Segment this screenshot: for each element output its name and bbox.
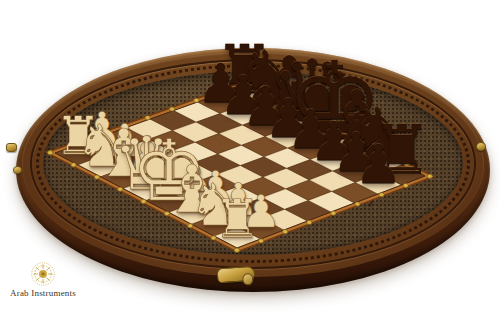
brass-stud-icon — [145, 116, 150, 120]
latch-icon — [217, 266, 256, 284]
hinge-icon — [476, 142, 486, 151]
brass-stud-icon — [169, 107, 174, 111]
brass-stud-icon — [258, 239, 263, 243]
product-photo: ♜♟♞♟♝♟♛♟♚♟♟♝♜♟♟♞♞♟♟♜♝♟♟♛♟♚♟♝♟♞♟♜ Arab In… — [0, 0, 500, 320]
brand-logo: Arab Instruments — [6, 261, 80, 298]
brass-stud-icon — [312, 116, 317, 120]
brass-stud-icon — [48, 151, 53, 155]
brass-stud-icon — [289, 104, 294, 108]
brass-stud-icon — [358, 139, 363, 143]
brass-stud-icon — [194, 98, 199, 102]
brass-stud-icon — [72, 142, 77, 146]
hinge-icon — [6, 143, 17, 152]
brass-stud-icon — [96, 133, 101, 137]
brass-stud-icon — [379, 193, 384, 197]
brass-stud-icon — [331, 211, 336, 215]
brass-stud-icon — [141, 199, 146, 203]
brass-stud-icon — [381, 151, 386, 155]
brass-stud-icon — [355, 202, 360, 206]
brass-stud-icon — [243, 81, 248, 85]
brand-mandala-icon — [30, 261, 56, 287]
brass-stud-icon — [283, 230, 288, 234]
brass-stud-icon — [211, 236, 216, 240]
brass-stud-icon — [218, 90, 223, 94]
brand-name: Arab Instruments — [6, 288, 80, 298]
brass-stud-icon — [188, 224, 193, 228]
brass-stud-icon — [335, 127, 340, 131]
brass-stud-icon — [404, 163, 409, 167]
brass-stud-icon — [266, 92, 271, 96]
brass-stud-icon — [71, 163, 76, 167]
brass-stud-icon — [234, 248, 239, 252]
brass-stud-icon — [118, 187, 123, 191]
brass-stud-icon — [121, 124, 126, 128]
hinge-icon — [13, 166, 22, 174]
brass-stud-icon — [307, 220, 312, 224]
brass-stud-icon — [164, 211, 169, 215]
brass-stud-icon — [427, 174, 432, 178]
brass-stud-icon — [94, 175, 99, 179]
brass-stud-icon — [403, 183, 408, 187]
